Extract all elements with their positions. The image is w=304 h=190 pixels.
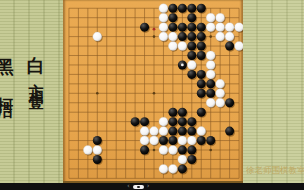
white-stone xyxy=(206,70,215,79)
white-stone xyxy=(159,23,168,32)
black-stone xyxy=(187,155,196,164)
white-stone xyxy=(187,136,196,145)
black-stone xyxy=(178,164,187,173)
player-info-panel: 黑 柯洁 白 卞相壹 xyxy=(0,0,63,190)
white-stone xyxy=(206,98,215,107)
black-stone xyxy=(197,51,206,60)
white-stone xyxy=(159,127,168,136)
white-stone xyxy=(178,42,187,51)
white-stone xyxy=(216,13,225,22)
white-stone xyxy=(159,146,168,155)
white-stone xyxy=(216,79,225,88)
right-tatami-panel: 徐老师围棋教室 xyxy=(243,0,304,190)
white-stone xyxy=(168,32,177,41)
white-stone xyxy=(187,60,196,69)
play-toggle[interactable] xyxy=(133,185,144,189)
black-stone xyxy=(197,23,206,32)
black-stone xyxy=(140,117,149,126)
white-stone xyxy=(225,32,234,41)
white-stone xyxy=(93,146,102,155)
red-annotation-marker xyxy=(153,28,156,31)
black-stone xyxy=(197,4,206,13)
black-stone xyxy=(178,127,187,136)
white-stone xyxy=(216,89,225,98)
black-stone xyxy=(168,127,177,136)
black-stone xyxy=(187,127,196,136)
white-stone xyxy=(168,164,177,173)
black-stone xyxy=(93,136,102,145)
black-stone xyxy=(187,51,196,60)
black-stone xyxy=(178,146,187,155)
white-stone xyxy=(178,136,187,145)
video-frame: 黑 柯洁 白 卞相壹 徐老师围棋教室 ‹ › xyxy=(0,0,304,190)
white-player-name: 卞相壹 xyxy=(28,71,43,89)
white-stone xyxy=(93,32,102,41)
black-stone xyxy=(178,117,187,126)
black-stone xyxy=(178,108,187,117)
black-stone xyxy=(187,146,196,155)
white-stone xyxy=(168,42,177,51)
white-stone xyxy=(159,4,168,13)
white-stone xyxy=(216,32,225,41)
black-stone xyxy=(197,42,206,51)
white-stone xyxy=(159,32,168,41)
white-stone xyxy=(83,146,92,155)
go-board[interactable] xyxy=(63,0,243,183)
prev-button[interactable]: ‹ xyxy=(127,183,130,190)
black-stone xyxy=(225,127,234,136)
black-stone xyxy=(187,42,196,51)
black-stone xyxy=(168,13,177,22)
black-stone xyxy=(206,89,215,98)
white-stone xyxy=(159,164,168,173)
black-stone xyxy=(187,117,196,126)
black-stone xyxy=(168,108,177,117)
white-stone xyxy=(150,136,159,145)
last-move-marker xyxy=(181,64,184,67)
white-stone xyxy=(150,127,159,136)
black-stone xyxy=(187,32,196,41)
watermark-text: 徐老师围棋教室 xyxy=(246,165,304,177)
white-stone xyxy=(225,23,234,32)
black-stone xyxy=(131,117,140,126)
black-player-name: 柯洁 xyxy=(0,84,13,94)
toggle-knob-icon xyxy=(137,186,140,188)
white-stone xyxy=(140,127,149,136)
go-board-svg[interactable] xyxy=(63,0,243,183)
black-stone xyxy=(197,108,206,117)
black-stone xyxy=(140,23,149,32)
black-stone xyxy=(178,32,187,41)
black-stone xyxy=(197,32,206,41)
black-stone xyxy=(187,23,196,32)
white-stone xyxy=(178,155,187,164)
white-stone xyxy=(197,127,206,136)
black-stone xyxy=(93,155,102,164)
black-stone xyxy=(178,23,187,32)
black-stone xyxy=(197,70,206,79)
white-stone xyxy=(206,60,215,69)
black-stone xyxy=(197,89,206,98)
black-stone xyxy=(187,4,196,13)
video-control-bar[interactable]: ‹ › xyxy=(0,183,304,190)
black-stone xyxy=(159,136,168,145)
black-stone xyxy=(225,42,234,51)
white-stone xyxy=(159,13,168,22)
black-stone xyxy=(206,136,215,145)
white-stone xyxy=(216,23,225,32)
white-stone xyxy=(206,23,215,32)
white-stone xyxy=(159,117,168,126)
black-stone xyxy=(168,23,177,32)
black-stone xyxy=(187,13,196,22)
black-stone xyxy=(168,136,177,145)
black-stone xyxy=(206,79,215,88)
black-stone xyxy=(197,136,206,145)
black-stone xyxy=(225,98,234,107)
white-stone xyxy=(206,51,215,60)
next-button[interactable]: › xyxy=(147,183,150,190)
mini-player-controls: ‹ › xyxy=(127,183,150,190)
white-stone xyxy=(168,146,177,155)
white-stone xyxy=(206,13,215,22)
white-stone xyxy=(216,98,225,107)
black-stone xyxy=(178,4,187,13)
black-stone xyxy=(168,4,177,13)
black-stone xyxy=(168,117,177,126)
black-stone xyxy=(187,70,196,79)
black-stone xyxy=(197,79,206,88)
black-stone xyxy=(140,146,149,155)
white-stone xyxy=(140,136,149,145)
